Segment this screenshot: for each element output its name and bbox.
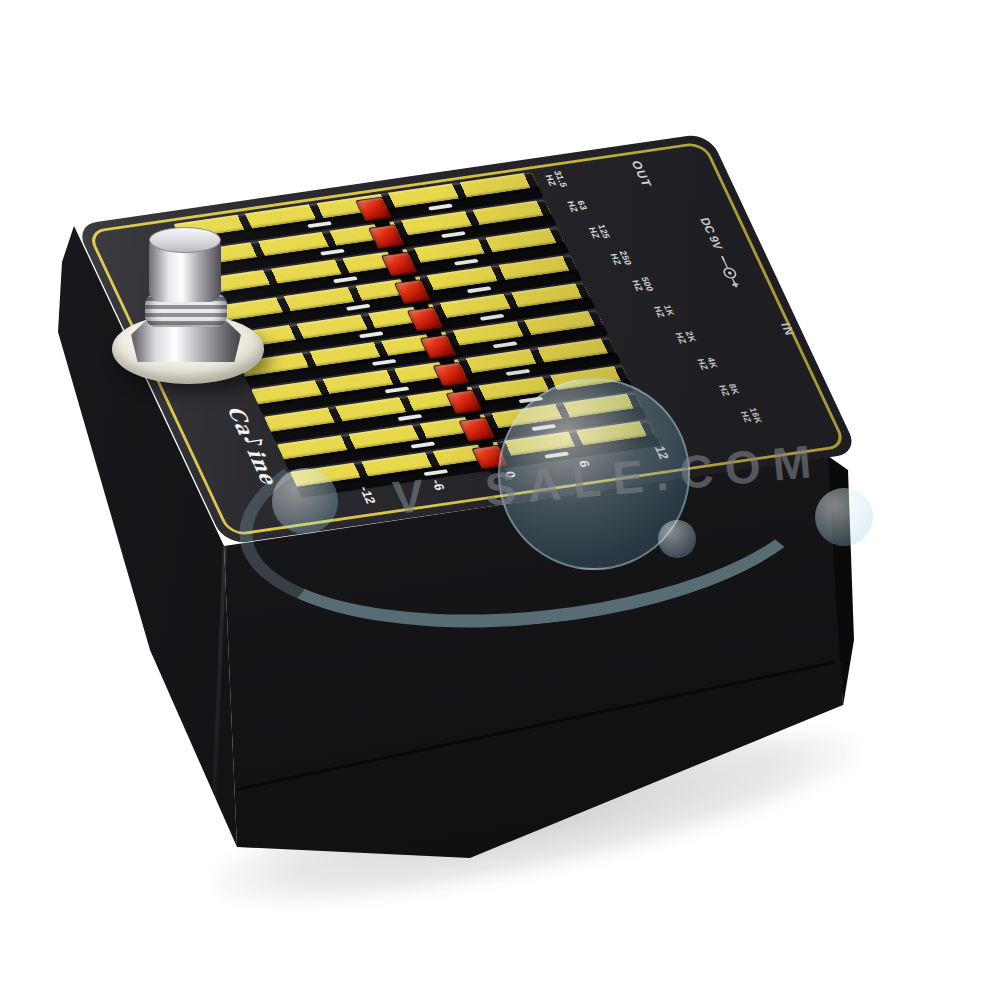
product-photo-scene: 31.5HZ 63HZ 125HZ 250HZ 500HZ 1KHZ 2KHZ … xyxy=(0,0,1000,1000)
footswitch-cap xyxy=(149,227,221,253)
